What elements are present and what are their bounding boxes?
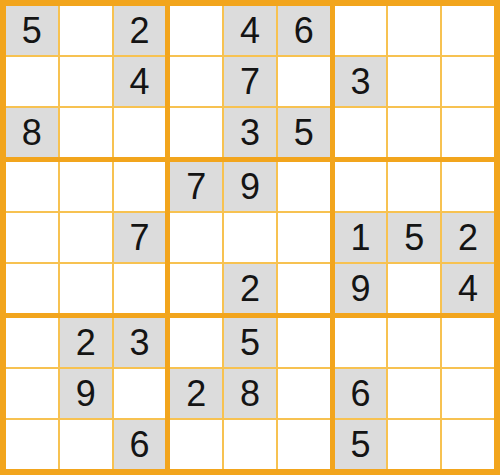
cell-r6c8[interactable] <box>388 264 440 313</box>
cell-r6c6[interactable] <box>278 264 330 313</box>
cell-r5c8[interactable]: 5 <box>388 213 440 262</box>
cell-r9c6[interactable] <box>278 420 330 469</box>
box-2-2: 792 <box>170 162 329 313</box>
cell-r1c7[interactable] <box>335 6 387 55</box>
cell-r2c5[interactable]: 7 <box>224 57 276 106</box>
cell-r3c5[interactable]: 3 <box>224 108 276 157</box>
cell-r6c2[interactable] <box>60 264 112 313</box>
cell-r8c3[interactable] <box>114 369 166 418</box>
cell-r3c9[interactable] <box>442 108 494 157</box>
cell-r2c9[interactable] <box>442 57 494 106</box>
cell-r3c2[interactable] <box>60 108 112 157</box>
box-2-3: 15294 <box>335 162 494 313</box>
cell-r6c5[interactable]: 2 <box>224 264 276 313</box>
cell-r3c6[interactable]: 5 <box>278 108 330 157</box>
cell-r1c9[interactable] <box>442 6 494 55</box>
cell-r1c8[interactable] <box>388 6 440 55</box>
cell-r4c8[interactable] <box>388 162 440 211</box>
cell-r2c4[interactable] <box>170 57 222 106</box>
cell-r4c7[interactable] <box>335 162 387 211</box>
box-1-3: 3 <box>335 6 494 157</box>
cell-r1c2[interactable] <box>60 6 112 55</box>
cell-r8c8[interactable] <box>388 369 440 418</box>
cell-r5c2[interactable] <box>60 213 112 262</box>
cell-r9c3[interactable]: 6 <box>114 420 166 469</box>
cell-r8c7[interactable]: 6 <box>335 369 387 418</box>
box-2-1: 7 <box>6 162 165 313</box>
cell-r9c2[interactable] <box>60 420 112 469</box>
cell-r7c6[interactable] <box>278 318 330 367</box>
cell-r1c1[interactable]: 5 <box>6 6 58 55</box>
sudoku-board: 5248467353779215294239652865 <box>0 0 500 475</box>
cell-r7c1[interactable] <box>6 318 58 367</box>
cell-r1c4[interactable] <box>170 6 222 55</box>
cell-r6c4[interactable] <box>170 264 222 313</box>
cell-r5c9[interactable]: 2 <box>442 213 494 262</box>
cell-r9c4[interactable] <box>170 420 222 469</box>
cell-r4c2[interactable] <box>60 162 112 211</box>
box-3-1: 2396 <box>6 318 165 469</box>
cell-r2c1[interactable] <box>6 57 58 106</box>
cell-r9c5[interactable] <box>224 420 276 469</box>
cell-r4c5[interactable]: 9 <box>224 162 276 211</box>
cell-r2c3[interactable]: 4 <box>114 57 166 106</box>
cell-r6c1[interactable] <box>6 264 58 313</box>
cell-r6c9[interactable]: 4 <box>442 264 494 313</box>
cell-r2c6[interactable] <box>278 57 330 106</box>
box-1-2: 46735 <box>170 6 329 157</box>
cell-r7c9[interactable] <box>442 318 494 367</box>
cell-r6c3[interactable] <box>114 264 166 313</box>
cell-r4c6[interactable] <box>278 162 330 211</box>
cell-r9c8[interactable] <box>388 420 440 469</box>
cell-r8c1[interactable] <box>6 369 58 418</box>
cell-r6c7[interactable]: 9 <box>335 264 387 313</box>
cell-r8c6[interactable] <box>278 369 330 418</box>
box-3-2: 528 <box>170 318 329 469</box>
cell-r4c3[interactable] <box>114 162 166 211</box>
cell-r2c7[interactable]: 3 <box>335 57 387 106</box>
cell-r7c8[interactable] <box>388 318 440 367</box>
cell-r5c3[interactable]: 7 <box>114 213 166 262</box>
box-1-1: 5248 <box>6 6 165 157</box>
cell-r4c4[interactable]: 7 <box>170 162 222 211</box>
cell-r5c7[interactable]: 1 <box>335 213 387 262</box>
cell-r4c1[interactable] <box>6 162 58 211</box>
cell-r3c3[interactable] <box>114 108 166 157</box>
cell-r7c5[interactable]: 5 <box>224 318 276 367</box>
cell-r4c9[interactable] <box>442 162 494 211</box>
cell-r7c4[interactable] <box>170 318 222 367</box>
cell-r8c2[interactable]: 9 <box>60 369 112 418</box>
cell-r3c7[interactable] <box>335 108 387 157</box>
cell-r5c1[interactable] <box>6 213 58 262</box>
cell-r2c8[interactable] <box>388 57 440 106</box>
cell-r8c4[interactable]: 2 <box>170 369 222 418</box>
cell-r1c6[interactable]: 6 <box>278 6 330 55</box>
cell-r1c5[interactable]: 4 <box>224 6 276 55</box>
cell-r3c4[interactable] <box>170 108 222 157</box>
cell-r1c3[interactable]: 2 <box>114 6 166 55</box>
cell-r9c7[interactable]: 5 <box>335 420 387 469</box>
box-3-3: 65 <box>335 318 494 469</box>
cell-r9c9[interactable] <box>442 420 494 469</box>
cell-r5c5[interactable] <box>224 213 276 262</box>
cell-r5c6[interactable] <box>278 213 330 262</box>
cell-r8c5[interactable]: 8 <box>224 369 276 418</box>
cell-r5c4[interactable] <box>170 213 222 262</box>
cell-r9c1[interactable] <box>6 420 58 469</box>
cell-r3c8[interactable] <box>388 108 440 157</box>
cell-r7c3[interactable]: 3 <box>114 318 166 367</box>
cell-r7c7[interactable] <box>335 318 387 367</box>
cell-r8c9[interactable] <box>442 369 494 418</box>
cell-r2c2[interactable] <box>60 57 112 106</box>
cell-r7c2[interactable]: 2 <box>60 318 112 367</box>
cell-r3c1[interactable]: 8 <box>6 108 58 157</box>
